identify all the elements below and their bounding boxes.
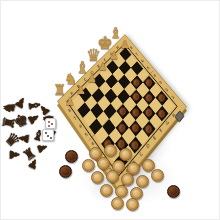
light-pawn: ♟ bbox=[120, 39, 130, 50]
light-checker-in-pile bbox=[91, 171, 104, 184]
coord-label: 4 bbox=[153, 73, 157, 78]
light-checker-in-pile bbox=[111, 197, 124, 210]
coord-label: 7 bbox=[73, 116, 77, 121]
coord-label: 2 bbox=[165, 88, 169, 93]
dark-checker-loose bbox=[167, 185, 180, 198]
die-pip bbox=[48, 125, 50, 127]
die-pip bbox=[47, 135, 49, 137]
die-pip bbox=[51, 123, 53, 125]
light-checker-in-pile bbox=[151, 169, 164, 182]
light-checker-in-pile bbox=[119, 148, 132, 161]
light-pawn: ♟ bbox=[65, 96, 75, 107]
coord-label: G bbox=[165, 120, 170, 126]
light-checker-in-pile bbox=[121, 173, 134, 186]
coord-label: 8 bbox=[67, 108, 71, 113]
coord-label: E bbox=[152, 135, 156, 140]
coord-label: 6 bbox=[79, 124, 83, 129]
coord-label: F bbox=[159, 128, 163, 133]
die-2 bbox=[42, 129, 54, 141]
dark-pawn-in-pile: ♟ bbox=[35, 141, 50, 155]
die-pip bbox=[50, 137, 52, 139]
dark-checker-loose bbox=[65, 150, 78, 163]
light-checker-in-pile bbox=[104, 144, 117, 157]
light-checker-in-pile bbox=[126, 198, 139, 211]
die-pip bbox=[45, 132, 47, 134]
light-pawn: ♟ bbox=[76, 85, 86, 96]
light-checker-in-pile bbox=[97, 157, 110, 170]
coord-label: 1 bbox=[171, 95, 175, 100]
coord-label: 5 bbox=[147, 66, 151, 71]
die-pip bbox=[48, 121, 50, 123]
light-pawn: ♟ bbox=[109, 50, 119, 61]
product-photo-chess-set: ABCDEFGH ABCDEFGH 87654321 87654321 ♜♞♝♛… bbox=[0, 0, 220, 220]
coord-label: 6 bbox=[141, 59, 145, 63]
light-checker-in-pile bbox=[100, 184, 113, 197]
coord-label: 5 bbox=[84, 132, 88, 137]
dark-checker-loose bbox=[59, 165, 72, 178]
light-pawn: ♟ bbox=[87, 73, 97, 84]
die-1 bbox=[45, 118, 56, 129]
coord-label: C bbox=[139, 151, 144, 157]
light-checker-in-pile bbox=[136, 175, 149, 188]
light-pawn: ♟ bbox=[98, 61, 108, 72]
light-checker-in-pile bbox=[106, 170, 119, 183]
coord-label: D bbox=[146, 143, 151, 149]
coord-label: 3 bbox=[159, 80, 163, 85]
coord-label: 7 bbox=[135, 52, 139, 56]
coord-label: 4 bbox=[90, 141, 94, 147]
light-checker-in-pile bbox=[82, 159, 95, 172]
